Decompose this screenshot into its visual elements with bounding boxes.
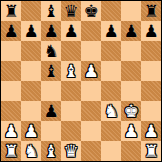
piece-black-bishop[interactable]: ♝ [43,1,58,21]
square-h3[interactable] [141,101,161,121]
square-h8[interactable]: ♜ [141,1,161,21]
piece-black-rook[interactable]: ♜ [143,1,158,21]
square-b6[interactable] [21,41,41,61]
piece-black-bishop[interactable]: ♝ [43,61,58,81]
square-b8[interactable] [21,1,41,21]
square-b1[interactable]: ♞ [21,141,41,161]
square-g2[interactable]: ♟ [121,121,141,141]
square-g8[interactable] [121,1,141,21]
square-a1[interactable]: ♜ [1,141,21,161]
square-g1[interactable] [121,141,141,161]
square-d7[interactable]: ♟ [61,21,81,41]
square-c5[interactable]: ♝ [41,61,61,81]
piece-white-queen[interactable]: ♛ [63,141,78,161]
square-c3[interactable]: ♟ [41,101,61,121]
piece-white-knight[interactable]: ♞ [103,101,118,121]
square-e7[interactable] [81,21,101,41]
square-e4[interactable] [81,81,101,101]
square-f6[interactable] [101,41,121,61]
square-d5[interactable]: ♝ [61,61,81,81]
square-h7[interactable]: ♟ [141,21,161,41]
piece-white-bishop[interactable]: ♝ [63,61,78,81]
square-a7[interactable]: ♟ [1,21,21,41]
square-d2[interactable] [61,121,81,141]
square-c4[interactable] [41,81,61,101]
square-g3[interactable]: ♚ [121,101,141,121]
piece-white-pawn[interactable]: ♟ [83,61,98,81]
piece-black-pawn[interactable]: ♟ [23,21,38,41]
square-b4[interactable] [21,81,41,101]
square-g5[interactable] [121,61,141,81]
piece-black-pawn[interactable]: ♟ [143,21,158,41]
square-g4[interactable] [121,81,141,101]
square-c1[interactable]: ♝ [41,141,61,161]
piece-black-pawn[interactable]: ♟ [43,21,58,41]
square-b2[interactable]: ♟ [21,121,41,141]
piece-white-pawn[interactable]: ♟ [3,121,18,141]
square-a6[interactable] [1,41,21,61]
piece-black-pawn[interactable]: ♟ [63,21,78,41]
square-a8[interactable]: ♜ [1,1,21,21]
square-a5[interactable] [1,61,21,81]
square-a3[interactable] [1,101,21,121]
piece-white-pawn[interactable]: ♟ [143,121,158,141]
square-d4[interactable] [61,81,81,101]
square-g6[interactable] [121,41,141,61]
square-f2[interactable] [101,121,121,141]
square-c7[interactable]: ♟ [41,21,61,41]
square-h2[interactable]: ♟ [141,121,161,141]
square-h4[interactable] [141,81,161,101]
square-e8[interactable]: ♚ [81,1,101,21]
square-e3[interactable] [81,101,101,121]
piece-black-pawn[interactable]: ♟ [123,21,138,41]
square-d1[interactable]: ♛ [61,141,81,161]
square-h6[interactable] [141,41,161,61]
square-d3[interactable] [61,101,81,121]
square-e1[interactable] [81,141,101,161]
square-e2[interactable] [81,121,101,141]
square-f1[interactable] [101,141,121,161]
square-d6[interactable] [61,41,81,61]
square-b7[interactable]: ♟ [21,21,41,41]
piece-white-pawn[interactable]: ♟ [123,121,138,141]
piece-white-rook[interactable]: ♜ [143,141,158,161]
piece-white-king[interactable]: ♚ [123,101,138,121]
square-b3[interactable] [21,101,41,121]
piece-white-pawn[interactable]: ♟ [23,121,38,141]
square-e5[interactable]: ♟ [81,61,101,81]
piece-black-knight[interactable]: ♞ [43,41,58,61]
square-c8[interactable]: ♝ [41,1,61,21]
square-g7[interactable]: ♟ [121,21,141,41]
piece-black-pawn[interactable]: ♟ [103,21,118,41]
square-e6[interactable] [81,41,101,61]
piece-black-queen[interactable]: ♛ [63,1,78,21]
square-h5[interactable] [141,61,161,81]
square-f5[interactable] [101,61,121,81]
square-b5[interactable] [21,61,41,81]
square-a2[interactable]: ♟ [1,121,21,141]
piece-white-knight[interactable]: ♞ [23,141,38,161]
square-a4[interactable] [1,81,21,101]
chess-board: ♜♝♛♚♜♟♟♟♟♟♟♟♞♝♝♟♟♞♚♟♟♟♟♜♞♝♛♜ [0,0,162,162]
piece-black-pawn[interactable]: ♟ [3,21,18,41]
piece-black-king[interactable]: ♚ [83,1,98,21]
square-d8[interactable]: ♛ [61,1,81,21]
piece-black-pawn[interactable]: ♟ [43,101,58,121]
square-c6[interactable]: ♞ [41,41,61,61]
square-c2[interactable] [41,121,61,141]
square-f4[interactable] [101,81,121,101]
piece-black-rook[interactable]: ♜ [3,1,18,21]
square-f3[interactable]: ♞ [101,101,121,121]
square-f7[interactable]: ♟ [101,21,121,41]
piece-white-bishop[interactable]: ♝ [43,141,58,161]
square-h1[interactable]: ♜ [141,141,161,161]
square-f8[interactable] [101,1,121,21]
piece-white-rook[interactable]: ♜ [3,141,18,161]
